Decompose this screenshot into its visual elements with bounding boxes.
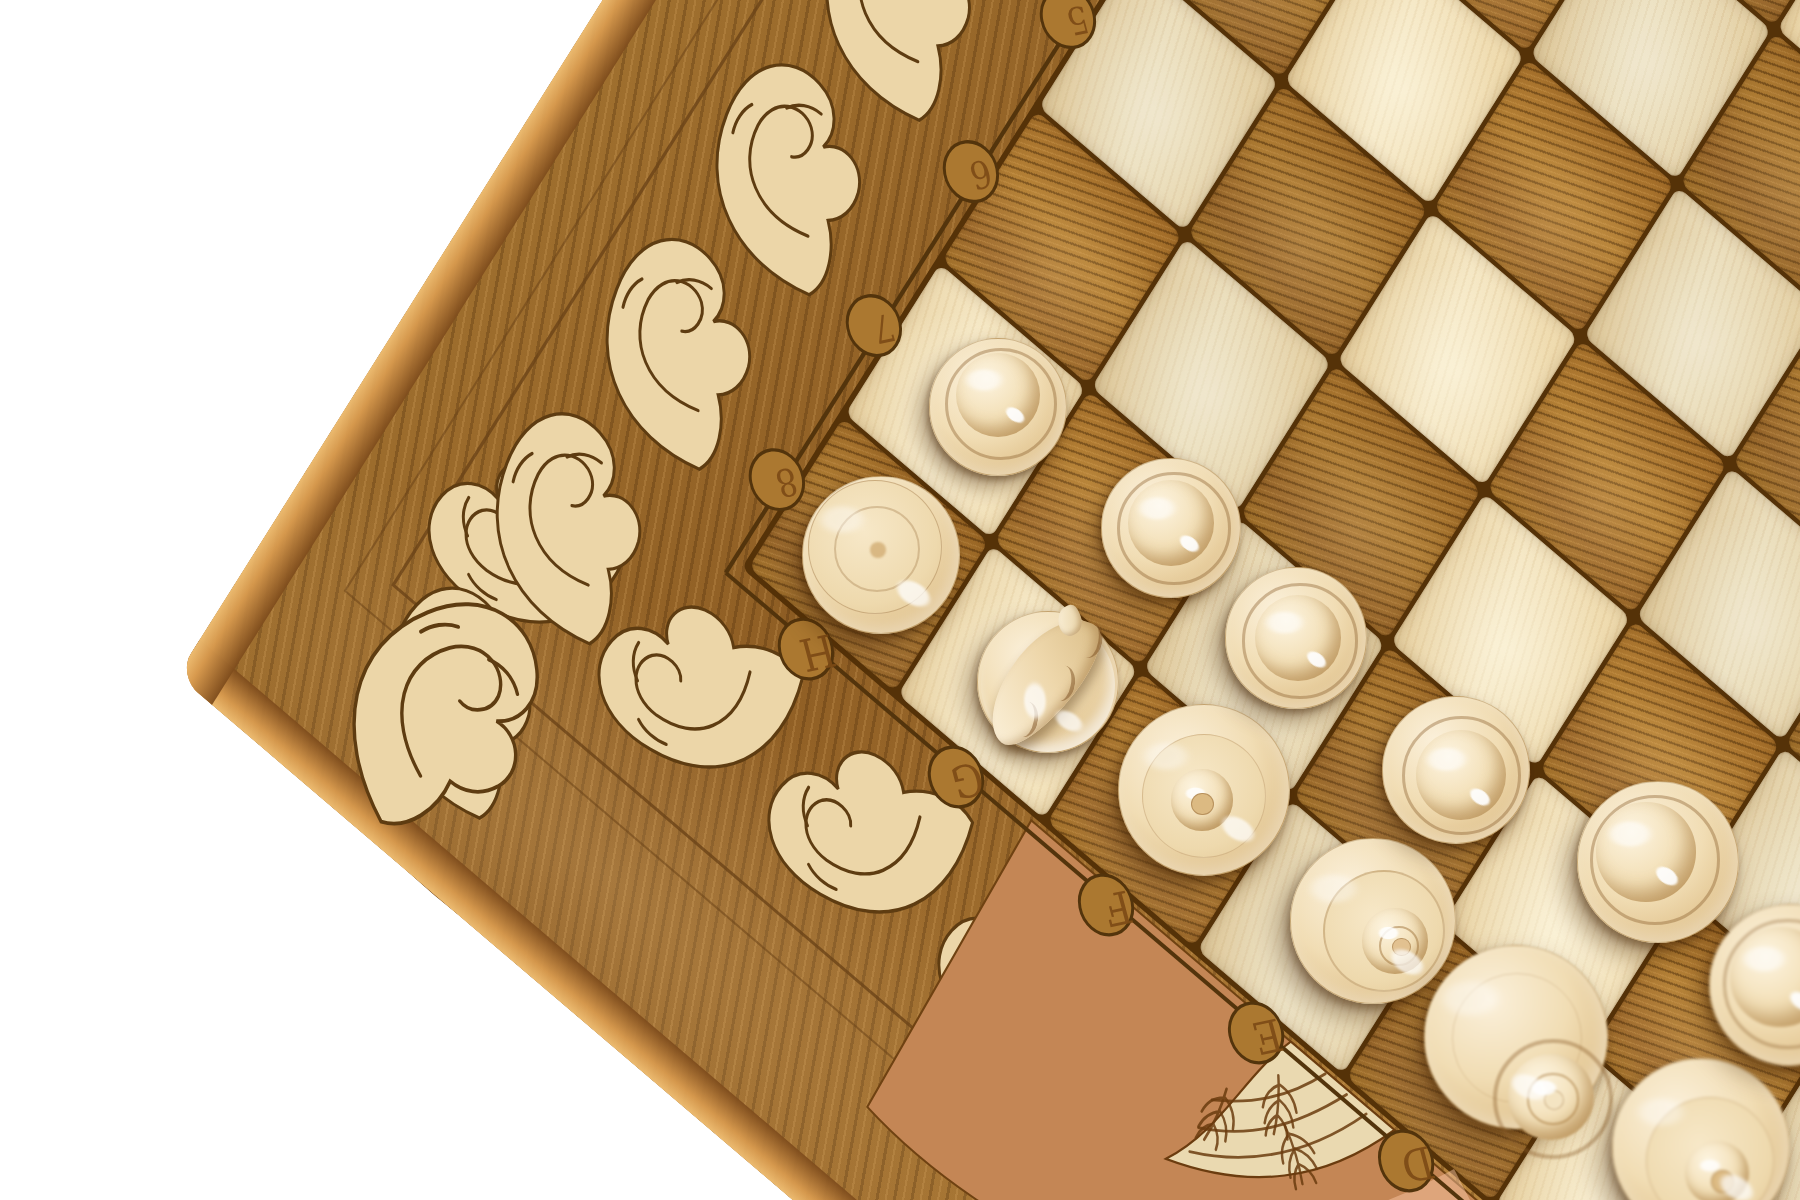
piece-d7-pawn[interactable]	[1577, 781, 1739, 943]
piece-e7-pawn[interactable]	[1382, 696, 1530, 844]
piece-g7-pawn[interactable]	[1101, 458, 1241, 598]
piece-f7-pawn[interactable]	[1225, 567, 1367, 709]
piece-g8-knight[interactable]	[977, 611, 1119, 753]
piece-h7-pawn[interactable]	[929, 338, 1067, 476]
piece-e8-queen[interactable]	[1290, 838, 1456, 1004]
pieces-layer	[0, 0, 1800, 1200]
piece-c7-pawn[interactable]	[1709, 904, 1800, 1066]
piece-h8-rook[interactable]	[802, 476, 960, 634]
photo-scene: ABCDEFGH87654321	[0, 0, 1800, 1200]
piece-f8-bishop[interactable]	[1118, 704, 1290, 876]
piece-c8-bishop[interactable]	[1612, 1058, 1790, 1200]
piece-d8-king[interactable]	[1424, 945, 1608, 1129]
